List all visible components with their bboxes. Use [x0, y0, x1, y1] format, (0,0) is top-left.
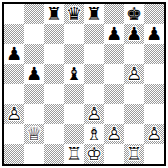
square-d2[interactable] — [64, 124, 84, 144]
white-queen: ♕ — [24, 124, 44, 144]
square-e1[interactable]: ♚♔ — [84, 144, 104, 164]
square-d1[interactable]: ♜♖ — [64, 144, 84, 164]
square-h6[interactable] — [144, 44, 164, 64]
square-e3[interactable]: ♟♙ — [84, 104, 104, 124]
square-e7[interactable] — [84, 24, 104, 44]
square-f4[interactable] — [104, 84, 124, 104]
square-c1[interactable] — [44, 144, 64, 164]
white-pawn: ♙ — [104, 124, 124, 144]
square-a2[interactable] — [4, 124, 24, 144]
square-d4[interactable] — [64, 84, 84, 104]
square-b7[interactable] — [24, 24, 44, 44]
square-h7[interactable]: ♟ — [144, 24, 164, 44]
square-h8[interactable] — [144, 4, 164, 24]
chess-board: ♜♛♜♚♟♟♟♟♟♝♟♙♟♙♟♙♛♕♝♗♟♙♟♙♜♖♚♔♜♖ — [2, 2, 166, 166]
square-f3[interactable] — [104, 104, 124, 124]
square-c6[interactable] — [44, 44, 64, 64]
square-f7[interactable]: ♟ — [104, 24, 124, 44]
board-frame: ♜♛♜♚♟♟♟♟♟♝♟♙♟♙♟♙♛♕♝♗♟♙♟♙♜♖♚♔♜♖ — [0, 0, 168, 168]
square-f5[interactable] — [104, 64, 124, 84]
black-pawn: ♟ — [144, 24, 164, 44]
square-c4[interactable] — [44, 84, 64, 104]
black-pawn: ♟ — [24, 64, 44, 84]
black-queen: ♛ — [64, 4, 84, 24]
square-g7[interactable]: ♟ — [124, 24, 144, 44]
square-b8[interactable] — [24, 4, 44, 24]
black-pawn: ♟ — [124, 24, 144, 44]
square-b2[interactable]: ♛♕ — [24, 124, 44, 144]
square-g2[interactable] — [124, 124, 144, 144]
square-a3[interactable]: ♟♙ — [4, 104, 24, 124]
black-bishop: ♝ — [64, 64, 84, 84]
square-g1[interactable]: ♜♖ — [124, 144, 144, 164]
white-rook: ♖ — [124, 144, 144, 164]
square-b6[interactable] — [24, 44, 44, 64]
square-a6[interactable]: ♟ — [4, 44, 24, 64]
square-c2[interactable] — [44, 124, 64, 144]
square-h2[interactable]: ♟♙ — [144, 124, 164, 144]
square-h1[interactable] — [144, 144, 164, 164]
square-e5[interactable] — [84, 64, 104, 84]
square-h4[interactable] — [144, 84, 164, 104]
white-bishop: ♗ — [84, 124, 104, 144]
square-a4[interactable] — [4, 84, 24, 104]
square-a7[interactable] — [4, 24, 24, 44]
square-c3[interactable] — [44, 104, 64, 124]
square-f1[interactable] — [104, 144, 124, 164]
square-e4[interactable] — [84, 84, 104, 104]
square-g4[interactable] — [124, 84, 144, 104]
square-e6[interactable] — [84, 44, 104, 64]
square-g6[interactable] — [124, 44, 144, 64]
square-h5[interactable] — [144, 64, 164, 84]
square-a8[interactable] — [4, 4, 24, 24]
square-f8[interactable] — [104, 4, 124, 24]
square-d5[interactable]: ♝ — [64, 64, 84, 84]
square-f6[interactable] — [104, 44, 124, 64]
white-king: ♔ — [84, 144, 104, 164]
square-d7[interactable] — [64, 24, 84, 44]
square-g8[interactable]: ♚ — [124, 4, 144, 24]
white-pawn: ♙ — [144, 124, 164, 144]
black-pawn: ♟ — [104, 24, 124, 44]
square-d8[interactable]: ♛ — [64, 4, 84, 24]
square-c8[interactable]: ♜ — [44, 4, 64, 24]
square-g5[interactable]: ♟♙ — [124, 64, 144, 84]
black-rook: ♜ — [44, 4, 64, 24]
square-f2[interactable]: ♟♙ — [104, 124, 124, 144]
square-b5[interactable]: ♟ — [24, 64, 44, 84]
white-pawn: ♙ — [124, 64, 144, 84]
square-d3[interactable] — [64, 104, 84, 124]
black-rook: ♜ — [84, 4, 104, 24]
square-b4[interactable] — [24, 84, 44, 104]
square-b3[interactable] — [24, 104, 44, 124]
square-d6[interactable] — [64, 44, 84, 64]
square-a1[interactable] — [4, 144, 24, 164]
square-c7[interactable] — [44, 24, 64, 44]
square-c5[interactable] — [44, 64, 64, 84]
black-pawn: ♟ — [4, 44, 24, 64]
white-pawn: ♙ — [4, 104, 24, 124]
square-e2[interactable]: ♝♗ — [84, 124, 104, 144]
black-king: ♚ — [124, 4, 144, 24]
square-a5[interactable] — [4, 64, 24, 84]
square-h3[interactable] — [144, 104, 164, 124]
square-e8[interactable]: ♜ — [84, 4, 104, 24]
white-rook: ♖ — [64, 144, 84, 164]
white-pawn: ♙ — [84, 104, 104, 124]
square-b1[interactable] — [24, 144, 44, 164]
square-g3[interactable] — [124, 104, 144, 124]
